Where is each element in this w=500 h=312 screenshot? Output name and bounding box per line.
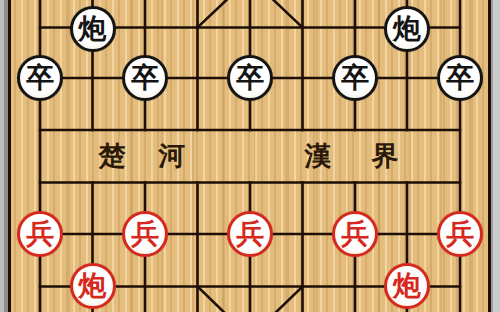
river-label: 漢	[305, 138, 332, 174]
piece-red-soldier[interactable]: 兵	[122, 211, 168, 257]
piece-red-cannon[interactable]: 炮	[70, 263, 116, 309]
screen: 楚河漢界炮炮卒卒卒卒卒兵兵兵兵兵炮炮	[0, 0, 500, 312]
river-label: 河	[159, 138, 186, 174]
piece-black-soldier[interactable]: 卒	[227, 55, 273, 101]
piece-red-soldier[interactable]: 兵	[17, 211, 63, 257]
piece-red-soldier[interactable]: 兵	[227, 211, 273, 257]
piece-black-soldier[interactable]: 卒	[122, 55, 168, 101]
river-label: 界	[372, 138, 399, 174]
piece-black-cannon[interactable]: 炮	[384, 6, 430, 52]
piece-red-cannon[interactable]: 炮	[384, 263, 430, 309]
piece-red-soldier[interactable]: 兵	[332, 211, 378, 257]
piece-black-soldier[interactable]: 卒	[437, 55, 483, 101]
piece-red-soldier[interactable]: 兵	[437, 211, 483, 257]
piece-black-soldier[interactable]: 卒	[332, 55, 378, 101]
river-label: 楚	[99, 138, 126, 174]
piece-black-soldier[interactable]: 卒	[17, 55, 63, 101]
piece-black-cannon[interactable]: 炮	[70, 6, 116, 52]
pieces-layer: 楚河漢界炮炮卒卒卒卒卒兵兵兵兵兵炮炮	[0, 0, 500, 312]
